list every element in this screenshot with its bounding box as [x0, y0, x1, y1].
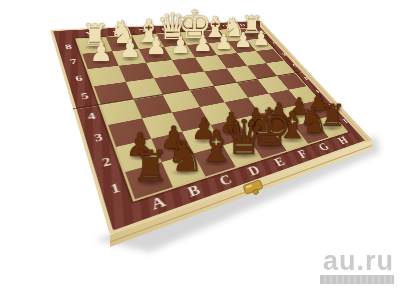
piece-dark-rook-a1: ♜ — [131, 146, 169, 189]
watermark: au.ru — [320, 250, 394, 284]
pieces-layer: ♜♞♝♛♚♝♞♜♟♟♟♟♟♟♟♟♟♟♟♟♟♟♟♟♜♞♝♛♚♝♞♜ — [0, 0, 400, 288]
piece-light-pawn-b7: ♟ — [119, 37, 141, 62]
piece-light-pawn-d7: ♟ — [170, 34, 191, 57]
piece-light-pawn-g7: ♟ — [234, 30, 252, 51]
piece-light-pawn-f7: ♟ — [214, 31, 233, 52]
watermark-ribbon — [320, 275, 394, 284]
piece-light-pawn-c7: ♟ — [146, 35, 167, 59]
piece-light-pawn-e7: ♟ — [193, 32, 213, 54]
piece-light-pawn-h7: ♟ — [252, 29, 270, 49]
product-photo-stage: AABBCCDDEEFFGGHH1122334455667788 ♜♞♝♛♚♝♞… — [0, 0, 400, 288]
piece-light-pawn-a7: ♟ — [89, 39, 112, 65]
watermark-text: au.ru — [320, 250, 394, 273]
piece-dark-knight-b1: ♞ — [166, 135, 205, 178]
